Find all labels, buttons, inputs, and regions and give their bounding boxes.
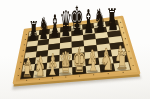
frame-coordinate-dot <box>120 22 121 23</box>
piece-white-knight-b1[interactable]: ♞ <box>34 55 45 81</box>
frame-coordinate-dot <box>127 44 128 45</box>
chess-set-photo: ♜♞♝♛♚♝♞♜♟♟♟♟♟♟♟♟♟♟♟♟♟♟♟♟♜♞♝♛♚♝♞♜ <box>0 0 150 99</box>
frame-coordinate-dot <box>123 32 124 33</box>
piece-white-bishop-f1[interactable]: ♝ <box>87 46 100 77</box>
piece-white-bishop-c1[interactable]: ♝ <box>47 51 59 81</box>
frame-coordinate-dot <box>18 75 19 76</box>
piece-black-pawn-f7[interactable]: ♟ <box>84 15 95 38</box>
piece-black-pawn-d7[interactable]: ♟ <box>61 19 71 41</box>
piece-black-pawn-g7[interactable]: ♟ <box>95 14 106 37</box>
frame-coordinate-dot <box>25 39 26 40</box>
piece-black-pawn-c7[interactable]: ♟ <box>50 20 60 42</box>
frame-coordinate-dot <box>20 62 21 63</box>
frame-coordinate-dot <box>122 27 123 28</box>
frame-coordinate-dot <box>125 38 126 39</box>
frame-coordinate-dot <box>24 44 25 45</box>
frame-coordinate-dot <box>128 51 129 52</box>
piece-black-pawn-a7[interactable]: ♟ <box>28 24 38 43</box>
frame-coordinate-dot <box>19 68 20 69</box>
piece-white-knight-g1[interactable]: ♞ <box>101 45 114 76</box>
frame-coordinate-dot <box>22 55 23 56</box>
piece-black-pawn-b7[interactable]: ♟ <box>39 22 49 42</box>
piece-white-rook-a1[interactable]: ♜ <box>22 58 32 81</box>
chess-board: ♜♞♝♛♚♝♞♜♟♟♟♟♟♟♟♟♟♟♟♟♟♟♟♟♜♞♝♛♚♝♞♜ <box>0 0 150 99</box>
piece-black-pawn-h7[interactable]: ♟ <box>107 11 118 35</box>
piece-white-rook-h1[interactable]: ♜ <box>116 47 129 75</box>
frame-coordinate-dot <box>26 34 27 35</box>
piece-white-queen-d1[interactable]: ♛ <box>59 45 72 81</box>
piece-white-king-e1[interactable]: ♚ <box>72 42 86 80</box>
frame-coordinate-dot <box>23 50 24 51</box>
frame-coordinate-dot <box>130 58 131 59</box>
frame-coordinate-dot <box>133 65 134 66</box>
piece-black-pawn-e7[interactable]: ♟ <box>72 16 83 39</box>
